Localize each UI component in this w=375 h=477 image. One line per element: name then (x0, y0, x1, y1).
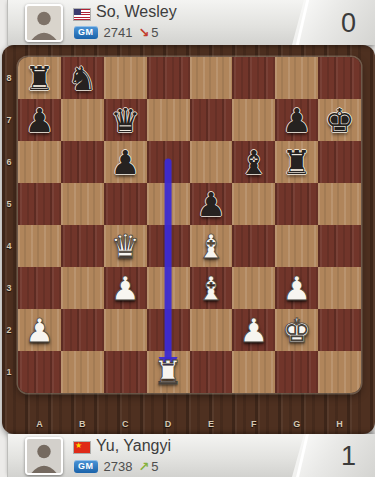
black-queen-c7[interactable]: ♛ (104, 99, 147, 141)
white-pawn-a2[interactable]: ♟ (18, 309, 61, 351)
white-pawn-g3[interactable]: ♟ (275, 267, 318, 309)
white-pawn-c3[interactable]: ♟ (104, 267, 147, 309)
black-pawn-e5[interactable]: ♟ (190, 183, 233, 225)
white-pawn-f2[interactable]: ♟ (232, 309, 275, 351)
arrow-down-right-icon: ↘ (138, 25, 149, 40)
rank-label-7: 7 (2, 99, 16, 141)
rank-label-1: 1 (2, 351, 16, 393)
black-rook-a8[interactable]: ♜ (18, 57, 61, 99)
rank-labels: 87654321 (2, 57, 16, 393)
file-label-f: F (232, 416, 275, 431)
bottom-score-panel: 1 (292, 434, 375, 477)
black-pawn-a7[interactable]: ♟ (18, 99, 61, 141)
arrow-up-right-icon: ↗ (138, 459, 149, 474)
rank-label-2: 2 (2, 309, 16, 351)
game-view: So, Wesley GM 2741 ↘5 0 87654321 ABCDEFG… (0, 0, 375, 477)
rank-label-8: 8 (2, 57, 16, 99)
file-label-b: B (61, 416, 104, 431)
bottom-player-avatar (25, 437, 63, 475)
bottom-player-rating: 2738 (104, 459, 133, 474)
top-player-avatar (25, 4, 63, 42)
pieces-layer: ♜♞♟♛♟♚♟♝♜♟♛♝♟♝♟♟♟♚♜ (18, 57, 361, 393)
rating-trend-down: ↘5 (138, 25, 158, 40)
score-divider (296, 434, 310, 477)
black-pawn-c6[interactable]: ♟ (104, 141, 147, 183)
left-edge-divider (7, 0, 8, 45)
bottom-player-details: GM 2738 ↗5 (74, 459, 159, 473)
white-bishop-e3[interactable]: ♝ (190, 267, 233, 309)
avatar-silhouette-icon (27, 439, 61, 473)
top-score-panel: 0 (292, 0, 375, 45)
us-flag-icon (74, 9, 90, 20)
rank-label-3: 3 (2, 267, 16, 309)
top-player-rating: 2741 (104, 25, 133, 40)
top-player-details: GM 2741 ↘5 (74, 25, 159, 39)
left-edge-divider (7, 434, 8, 477)
board-frame: 87654321 ABCDEFGH ♜♞♟♛♟♚♟♝♜♟♛♝♟♝♟♟♟♚♜ (2, 45, 375, 434)
score-divider (295, 0, 309, 45)
file-label-h: H (318, 416, 361, 431)
rank-label-5: 5 (2, 183, 16, 225)
gm-title-badge: GM (74, 460, 98, 473)
black-rook-g6[interactable]: ♜ (275, 141, 318, 183)
white-king-g2[interactable]: ♚ (275, 309, 318, 351)
white-queen-c4[interactable]: ♛ (104, 225, 147, 267)
avatar-silhouette-icon (27, 6, 61, 40)
rating-trend-up: ↗5 (138, 459, 158, 474)
white-rook-d1[interactable]: ♜ (147, 351, 190, 393)
black-pawn-g7[interactable]: ♟ (275, 99, 318, 141)
file-label-g: G (275, 416, 318, 431)
file-labels: ABCDEFGH (18, 416, 361, 431)
white-bishop-e4[interactable]: ♝ (190, 225, 233, 267)
black-king-h7[interactable]: ♚ (318, 99, 361, 141)
gm-title-badge: GM (74, 26, 98, 39)
file-label-c: C (104, 416, 147, 431)
rating-change: 5 (151, 459, 158, 474)
file-label-e: E (190, 416, 233, 431)
bottom-player-name: Yu, Yangyi (96, 437, 171, 455)
top-player-score: 0 (341, 7, 356, 38)
top-player-bar: So, Wesley GM 2741 ↘5 0 (8, 0, 375, 45)
black-bishop-f6[interactable]: ♝ (232, 141, 275, 183)
top-player-name: So, Wesley (96, 3, 177, 21)
rank-label-6: 6 (2, 141, 16, 183)
rating-change: 5 (151, 25, 158, 40)
black-knight-b8[interactable]: ♞ (61, 57, 104, 99)
chess-board[interactable]: ♜♞♟♛♟♚♟♝♜♟♛♝♟♝♟♟♟♚♜ (18, 57, 361, 393)
file-label-a: A (18, 416, 61, 431)
bottom-player-score: 1 (341, 440, 356, 471)
file-label-d: D (147, 416, 190, 431)
rank-label-4: 4 (2, 225, 16, 267)
bottom-player-bar: Yu, Yangyi GM 2738 ↗5 1 (8, 434, 375, 477)
china-flag-icon (74, 442, 90, 453)
